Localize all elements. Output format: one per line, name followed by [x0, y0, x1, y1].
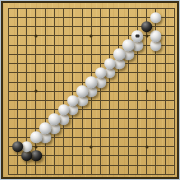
board-cell[interactable]: [8, 72, 17, 81]
board-cell[interactable]: [109, 146, 118, 155]
board-cell[interactable]: [72, 17, 81, 26]
board-cell[interactable]: [118, 146, 127, 155]
board-cell[interactable]: [17, 17, 26, 26]
black-stone[interactable]: [141, 21, 153, 33]
board-cell[interactable]: [45, 26, 54, 35]
board-cell[interactable]: [91, 17, 100, 26]
board-cell[interactable]: [109, 128, 118, 137]
board-cell[interactable]: [35, 17, 44, 26]
board-cell[interactable]: [17, 82, 26, 91]
board-cell[interactable]: [54, 91, 63, 100]
board-cell[interactable]: [165, 63, 174, 72]
board-cell[interactable]: [26, 109, 35, 118]
board-cell[interactable]: [146, 54, 155, 63]
board-cell[interactable]: [165, 165, 174, 174]
board-cell[interactable]: [155, 54, 164, 63]
white-stone[interactable]: [67, 95, 79, 107]
board-cell[interactable]: [100, 128, 109, 137]
board-cell[interactable]: [128, 155, 137, 164]
board-cell[interactable]: [8, 17, 17, 26]
board-cell[interactable]: [8, 82, 17, 91]
white-stone[interactable]: [150, 30, 162, 42]
board-cell[interactable]: [109, 82, 118, 91]
board-cell[interactable]: [8, 45, 17, 54]
board-cell[interactable]: [63, 45, 72, 54]
board-cell[interactable]: [118, 82, 127, 91]
board-cell[interactable]: [17, 8, 26, 17]
board-cell[interactable]: [8, 63, 17, 72]
board-cell[interactable]: [17, 63, 26, 72]
board-cell[interactable]: [45, 165, 54, 174]
board-cell[interactable]: [17, 91, 26, 100]
board-cell[interactable]: [91, 109, 100, 118]
board-cell[interactable]: [91, 45, 100, 54]
board-cell[interactable]: [100, 26, 109, 35]
board-cell[interactable]: [91, 155, 100, 164]
board-cell[interactable]: [128, 82, 137, 91]
board-cell[interactable]: [146, 109, 155, 118]
board-cell[interactable]: [17, 128, 26, 137]
white-stone[interactable]: [104, 58, 116, 70]
board-cell[interactable]: [128, 118, 137, 127]
board-cell[interactable]: [82, 17, 91, 26]
board-cell[interactable]: [100, 109, 109, 118]
hoshi-star-point: [90, 145, 93, 148]
board-cell[interactable]: [165, 72, 174, 81]
board-cell[interactable]: [165, 128, 174, 137]
board-cell[interactable]: [165, 54, 174, 63]
board-cell[interactable]: [63, 72, 72, 81]
hoshi-star-point: [145, 34, 148, 37]
board-cell[interactable]: [128, 91, 137, 100]
board-cell[interactable]: [54, 45, 63, 54]
board-cell[interactable]: [35, 72, 44, 81]
board-cell[interactable]: [155, 72, 164, 81]
board-cell[interactable]: [26, 17, 35, 26]
white-stone[interactable]: [76, 86, 88, 98]
board-cell[interactable]: [109, 35, 118, 44]
board-cell[interactable]: [118, 118, 127, 127]
board-cell[interactable]: [146, 165, 155, 174]
board-cell[interactable]: [45, 100, 54, 109]
board-cell[interactable]: [17, 165, 26, 174]
board-cell[interactable]: [146, 63, 155, 72]
board-cell[interactable]: [82, 165, 91, 174]
board-cell[interactable]: [45, 91, 54, 100]
hoshi-star-point: [145, 145, 148, 148]
board-cell[interactable]: [155, 155, 164, 164]
board-cell[interactable]: [128, 146, 137, 155]
board-cell[interactable]: [165, 45, 174, 54]
board-cell[interactable]: [63, 35, 72, 44]
board-cell[interactable]: [100, 45, 109, 54]
board-cell[interactable]: [63, 8, 72, 17]
board-cell[interactable]: [72, 146, 81, 155]
board-cell[interactable]: [35, 100, 44, 109]
board-cell[interactable]: [54, 54, 63, 63]
board-cell[interactable]: [165, 82, 174, 91]
board-cell[interactable]: [54, 155, 63, 164]
board-cell[interactable]: [128, 63, 137, 72]
board-cell[interactable]: [8, 109, 17, 118]
board-cell[interactable]: [100, 118, 109, 127]
board-cell[interactable]: [128, 17, 137, 26]
board-cell[interactable]: [8, 118, 17, 127]
board-cell[interactable]: [91, 54, 100, 63]
board-cell[interactable]: [63, 63, 72, 72]
board-cell[interactable]: [26, 63, 35, 72]
board-cell[interactable]: [45, 54, 54, 63]
board-cell[interactable]: [35, 63, 44, 72]
board-cell[interactable]: [128, 109, 137, 118]
board-cell[interactable]: [54, 137, 63, 146]
board-cell[interactable]: [128, 100, 137, 109]
board-cell[interactable]: [26, 100, 35, 109]
board-cell[interactable]: [8, 26, 17, 35]
board-cell[interactable]: [63, 146, 72, 155]
board-cell[interactable]: [109, 118, 118, 127]
board-cell[interactable]: [146, 72, 155, 81]
board-cell[interactable]: [118, 128, 127, 137]
board-cell[interactable]: [165, 17, 174, 26]
board-cell[interactable]: [72, 155, 81, 164]
board-cell[interactable]: [63, 128, 72, 137]
board-cell[interactable]: [155, 63, 164, 72]
hoshi-star-point: [34, 145, 37, 148]
board-cell[interactable]: [17, 72, 26, 81]
board-cell[interactable]: [91, 128, 100, 137]
board-cell[interactable]: [165, 26, 174, 35]
board-cell[interactable]: [165, 109, 174, 118]
board-cell[interactable]: [45, 45, 54, 54]
board-cell[interactable]: [118, 17, 127, 26]
board-cell[interactable]: [72, 35, 81, 44]
board-cell[interactable]: [155, 100, 164, 109]
board-cell[interactable]: [128, 165, 137, 174]
board-cell[interactable]: [155, 165, 164, 174]
board-cell[interactable]: [82, 54, 91, 63]
board-cell[interactable]: [72, 128, 81, 137]
white-stone[interactable]: [113, 49, 125, 61]
board-cell[interactable]: [118, 109, 127, 118]
board-cell[interactable]: [109, 91, 118, 100]
board-cell[interactable]: [45, 155, 54, 164]
board-cell[interactable]: [54, 26, 63, 35]
board-cell[interactable]: [146, 100, 155, 109]
board-cell[interactable]: [63, 137, 72, 146]
board-cell[interactable]: [100, 100, 109, 109]
board-cell[interactable]: [26, 45, 35, 54]
board-cell[interactable]: [128, 128, 137, 137]
board-cell[interactable]: [128, 72, 137, 81]
board-cell[interactable]: [109, 100, 118, 109]
board-cell[interactable]: [35, 54, 44, 63]
board-cell[interactable]: [26, 8, 35, 17]
board-cell[interactable]: [63, 54, 72, 63]
board-cell[interactable]: [91, 8, 100, 17]
board-cell[interactable]: [128, 8, 137, 17]
board-cell[interactable]: [146, 155, 155, 164]
board-cell[interactable]: [17, 26, 26, 35]
board-cell[interactable]: [54, 165, 63, 174]
board-cell[interactable]: [17, 45, 26, 54]
board-cell[interactable]: [82, 45, 91, 54]
board-cell[interactable]: [155, 82, 164, 91]
hoshi-star-point: [145, 90, 148, 93]
board-cell[interactable]: [137, 63, 146, 72]
board-cell[interactable]: [137, 109, 146, 118]
board-cell[interactable]: [35, 8, 44, 17]
board-cell[interactable]: [54, 8, 63, 17]
board-cell[interactable]: [82, 8, 91, 17]
board-cell[interactable]: [8, 35, 17, 44]
board-cell[interactable]: [72, 63, 81, 72]
board-cell[interactable]: [45, 8, 54, 17]
board-cell[interactable]: [165, 35, 174, 44]
board-cell[interactable]: [26, 72, 35, 81]
board-cell[interactable]: [109, 26, 118, 35]
board-cell[interactable]: [54, 72, 63, 81]
board-cell[interactable]: [45, 17, 54, 26]
board-cell[interactable]: [72, 118, 81, 127]
board-cell[interactable]: [8, 165, 17, 174]
hoshi-star-point: [90, 34, 93, 37]
hoshi-star-point: [34, 34, 37, 37]
board-cell[interactable]: [155, 91, 164, 100]
board-cell[interactable]: [17, 35, 26, 44]
board-cell[interactable]: [72, 26, 81, 35]
white-stone[interactable]: [58, 104, 70, 116]
board-cell[interactable]: [137, 165, 146, 174]
board-cell[interactable]: [165, 146, 174, 155]
board-cell[interactable]: [165, 100, 174, 109]
white-stone[interactable]: [86, 76, 98, 88]
go-app-screenshot: [0, 0, 180, 180]
board-cell[interactable]: [137, 72, 146, 81]
board-cell[interactable]: [45, 72, 54, 81]
board-cell[interactable]: [54, 82, 63, 91]
board-cell[interactable]: [54, 63, 63, 72]
white-stone[interactable]: [95, 67, 107, 79]
board-cell[interactable]: [17, 54, 26, 63]
board-cell[interactable]: [128, 137, 137, 146]
board-cell[interactable]: [72, 8, 81, 17]
board-cell[interactable]: [8, 8, 17, 17]
board-cell[interactable]: [63, 17, 72, 26]
black-stone[interactable]: [12, 141, 24, 153]
board-cell[interactable]: [100, 137, 109, 146]
board-cell[interactable]: [82, 155, 91, 164]
board-cell[interactable]: [109, 165, 118, 174]
board-cell[interactable]: [91, 100, 100, 109]
board-cell[interactable]: [137, 128, 146, 137]
board-cell[interactable]: [8, 91, 17, 100]
board-cell[interactable]: [137, 8, 146, 17]
board-cell[interactable]: [165, 137, 174, 146]
board-cell[interactable]: [45, 82, 54, 91]
board-cell[interactable]: [26, 165, 35, 174]
board-cell[interactable]: [35, 109, 44, 118]
white-stone[interactable]: [132, 30, 144, 42]
board-cell[interactable]: [146, 118, 155, 127]
board-cell[interactable]: [100, 17, 109, 26]
board-cell[interactable]: [165, 8, 174, 17]
board-cell[interactable]: [35, 45, 44, 54]
board-cell[interactable]: [8, 100, 17, 109]
board-cell[interactable]: [17, 118, 26, 127]
hoshi-star-point: [34, 90, 37, 93]
board-cell[interactable]: [45, 63, 54, 72]
board-cell[interactable]: [91, 165, 100, 174]
board-cell[interactable]: [118, 91, 127, 100]
board-cell[interactable]: [109, 137, 118, 146]
board-cell[interactable]: [35, 165, 44, 174]
white-stone[interactable]: [122, 39, 134, 51]
board-cell[interactable]: [165, 118, 174, 127]
board-cell[interactable]: [155, 146, 164, 155]
board-cell[interactable]: [54, 17, 63, 26]
board-cell[interactable]: [155, 118, 164, 127]
board-cell[interactable]: [82, 109, 91, 118]
board-cell[interactable]: [8, 155, 17, 164]
board-cell[interactable]: [137, 155, 146, 164]
board-cell[interactable]: [72, 54, 81, 63]
board-cell[interactable]: [100, 165, 109, 174]
board-cell[interactable]: [17, 100, 26, 109]
board-cell[interactable]: [118, 8, 127, 17]
board-cell[interactable]: [118, 165, 127, 174]
board-cell[interactable]: [82, 63, 91, 72]
board-cell[interactable]: [118, 72, 127, 81]
board-cell[interactable]: [100, 155, 109, 164]
board-cell[interactable]: [8, 128, 17, 137]
board-cell[interactable]: [155, 109, 164, 118]
board-cell[interactable]: [137, 54, 146, 63]
board-cell[interactable]: [109, 8, 118, 17]
board-cell[interactable]: [17, 109, 26, 118]
board-cell[interactable]: [63, 26, 72, 35]
board-cell[interactable]: [26, 54, 35, 63]
board-cell[interactable]: [118, 26, 127, 35]
board-cell[interactable]: [72, 72, 81, 81]
board-cell[interactable]: [8, 54, 17, 63]
board-cell[interactable]: [109, 109, 118, 118]
board-cell[interactable]: [63, 155, 72, 164]
last-move-marker-icon: [136, 34, 139, 37]
board-cell[interactable]: [137, 118, 146, 127]
board-cell[interactable]: [109, 17, 118, 26]
white-stone[interactable]: [150, 12, 162, 24]
board-cell[interactable]: [100, 8, 109, 17]
board-cell[interactable]: [72, 165, 81, 174]
board-cell[interactable]: [137, 100, 146, 109]
board-cell[interactable]: [72, 45, 81, 54]
board-cell[interactable]: [91, 118, 100, 127]
board-cell[interactable]: [82, 118, 91, 127]
white-stone[interactable]: [39, 122, 51, 134]
board-cell[interactable]: [118, 137, 127, 146]
board-cell[interactable]: [63, 82, 72, 91]
board-cell[interactable]: [54, 146, 63, 155]
board-cell[interactable]: [82, 128, 91, 137]
white-stone[interactable]: [30, 132, 42, 144]
board-cell[interactable]: [100, 91, 109, 100]
board-cell[interactable]: [100, 146, 109, 155]
board-cell[interactable]: [45, 146, 54, 155]
board-cell[interactable]: [100, 35, 109, 44]
board-cell[interactable]: [63, 165, 72, 174]
board-cell[interactable]: [155, 128, 164, 137]
board-cell[interactable]: [109, 155, 118, 164]
board-cell[interactable]: [118, 155, 127, 164]
board-cell[interactable]: [72, 137, 81, 146]
board-cell[interactable]: [165, 155, 174, 164]
white-stone[interactable]: [49, 113, 61, 125]
board-cell[interactable]: [54, 35, 63, 44]
board-cell[interactable]: [45, 35, 54, 44]
board-cell[interactable]: [146, 128, 155, 137]
board-cell[interactable]: [155, 137, 164, 146]
board-cell[interactable]: [165, 91, 174, 100]
board-cell[interactable]: [118, 100, 127, 109]
board-cell[interactable]: [26, 118, 35, 127]
